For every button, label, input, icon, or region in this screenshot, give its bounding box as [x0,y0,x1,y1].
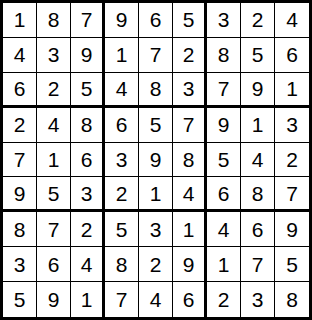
sudoku-cell-r1c9[interactable]: 4 [275,3,309,38]
sudoku-cell-r9c7[interactable]: 2 [207,282,241,317]
sudoku-cell-r5c9[interactable]: 2 [275,143,309,178]
sudoku-cell-r3c5[interactable]: 8 [139,73,173,108]
sudoku-cell-r4c5[interactable]: 5 [139,108,173,143]
sudoku-cell-r6c6[interactable]: 4 [173,177,207,212]
sudoku-cell-r3c4[interactable]: 4 [105,73,139,108]
sudoku-cell-r5c4[interactable]: 3 [105,143,139,178]
sudoku-cell-r4c8[interactable]: 1 [241,108,275,143]
sudoku-cell-r3c1[interactable]: 6 [3,73,37,108]
sudoku-cell-r9c2[interactable]: 9 [37,282,71,317]
sudoku-cell-r9c9[interactable]: 8 [275,282,309,317]
sudoku-cell-r7c6[interactable]: 1 [173,212,207,247]
sudoku-cell-r8c2[interactable]: 6 [37,247,71,282]
sudoku-cell-r7c5[interactable]: 3 [139,212,173,247]
sudoku-cell-r2c9[interactable]: 6 [275,38,309,73]
sudoku-cell-r4c2[interactable]: 4 [37,108,71,143]
sudoku-cell-r9c4[interactable]: 7 [105,282,139,317]
sudoku-cell-r8c8[interactable]: 7 [241,247,275,282]
sudoku-cell-r7c8[interactable]: 6 [241,212,275,247]
sudoku-cell-r7c7[interactable]: 4 [207,212,241,247]
sudoku-cell-r2c2[interactable]: 3 [37,38,71,73]
sudoku-cell-r3c9[interactable]: 1 [275,73,309,108]
sudoku-cell-r2c5[interactable]: 7 [139,38,173,73]
sudoku-cell-r5c8[interactable]: 4 [241,143,275,178]
sudoku-cell-r9c6[interactable]: 6 [173,282,207,317]
sudoku-cell-r9c3[interactable]: 1 [71,282,105,317]
sudoku-cell-r3c2[interactable]: 2 [37,73,71,108]
sudoku-cell-r7c1[interactable]: 8 [3,212,37,247]
sudoku-cell-r5c5[interactable]: 9 [139,143,173,178]
sudoku-cell-r4c4[interactable]: 6 [105,108,139,143]
sudoku-cell-r8c1[interactable]: 3 [3,247,37,282]
sudoku-cell-r7c9[interactable]: 9 [275,212,309,247]
sudoku-cell-r4c1[interactable]: 2 [3,108,37,143]
sudoku-cell-r6c9[interactable]: 7 [275,177,309,212]
sudoku-cell-r4c9[interactable]: 3 [275,108,309,143]
sudoku-cell-r2c6[interactable]: 2 [173,38,207,73]
sudoku-cell-r6c7[interactable]: 6 [207,177,241,212]
sudoku-cell-r1c4[interactable]: 9 [105,3,139,38]
sudoku-cell-r1c6[interactable]: 5 [173,3,207,38]
sudoku-cell-r1c8[interactable]: 2 [241,3,275,38]
sudoku-cell-r2c7[interactable]: 8 [207,38,241,73]
sudoku-cell-r6c8[interactable]: 8 [241,177,275,212]
sudoku-cell-r3c8[interactable]: 9 [241,73,275,108]
sudoku-cell-r1c7[interactable]: 3 [207,3,241,38]
sudoku-cell-r6c2[interactable]: 5 [37,177,71,212]
sudoku-cell-r5c6[interactable]: 8 [173,143,207,178]
sudoku-cell-r1c3[interactable]: 7 [71,3,105,38]
sudoku-cell-r6c3[interactable]: 3 [71,177,105,212]
sudoku-cell-r5c1[interactable]: 7 [3,143,37,178]
sudoku-board: 1879653244391728566254837912486579137163… [0,0,312,320]
sudoku-cell-r9c8[interactable]: 3 [241,282,275,317]
sudoku-cell-r8c5[interactable]: 2 [139,247,173,282]
sudoku-cell-r2c1[interactable]: 4 [3,38,37,73]
sudoku-cell-r9c5[interactable]: 4 [139,282,173,317]
sudoku-cell-r8c7[interactable]: 1 [207,247,241,282]
sudoku-cell-r8c9[interactable]: 5 [275,247,309,282]
sudoku-cell-r1c5[interactable]: 6 [139,3,173,38]
sudoku-cell-r8c6[interactable]: 9 [173,247,207,282]
sudoku-cell-r4c6[interactable]: 7 [173,108,207,143]
sudoku-cell-r9c1[interactable]: 5 [3,282,37,317]
sudoku-cell-r3c7[interactable]: 7 [207,73,241,108]
sudoku-cell-r7c2[interactable]: 7 [37,212,71,247]
sudoku-cell-r4c3[interactable]: 8 [71,108,105,143]
sudoku-cell-r6c4[interactable]: 2 [105,177,139,212]
sudoku-cell-r6c1[interactable]: 9 [3,177,37,212]
sudoku-cell-r2c4[interactable]: 1 [105,38,139,73]
sudoku-cell-r2c8[interactable]: 5 [241,38,275,73]
sudoku-cell-r8c3[interactable]: 4 [71,247,105,282]
sudoku-cell-r1c2[interactable]: 8 [37,3,71,38]
sudoku-cell-r1c1[interactable]: 1 [3,3,37,38]
sudoku-cell-r5c2[interactable]: 1 [37,143,71,178]
sudoku-cell-r8c4[interactable]: 8 [105,247,139,282]
sudoku-cell-r5c7[interactable]: 5 [207,143,241,178]
sudoku-cell-r2c3[interactable]: 9 [71,38,105,73]
sudoku-cell-r7c3[interactable]: 2 [71,212,105,247]
sudoku-cell-r5c3[interactable]: 6 [71,143,105,178]
sudoku-cell-r6c5[interactable]: 1 [139,177,173,212]
sudoku-cell-r4c7[interactable]: 9 [207,108,241,143]
sudoku-cell-r3c3[interactable]: 5 [71,73,105,108]
sudoku-cell-r3c6[interactable]: 3 [173,73,207,108]
sudoku-cell-r7c4[interactable]: 5 [105,212,139,247]
